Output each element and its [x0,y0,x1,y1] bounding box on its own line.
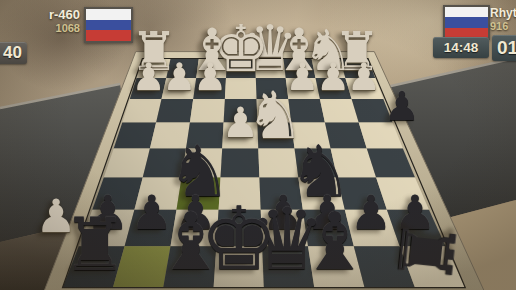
player-rating-left: 1068 [0,22,80,34]
white-pawn-f2[interactable]: ♟ [193,58,227,96]
captured-black-pawn-right-tray: ♟ [384,86,420,126]
player-rating-right: 916 [490,20,508,32]
flag-stripe-blue [445,17,488,27]
player-name-left: r-460 [0,7,80,22]
captured-white-pawn-left-tray: ♟ [35,193,76,239]
flag-stripe-red [86,30,131,41]
black-rook-a8-fallen[interactable]: ♜ [386,216,466,289]
game-screen: ♜♝♛♚♝♜♟♟♟♟♟♟♟♞♞♞♟♟♟♟♟♟♟♜♞♝♛♚♝♜♟♟ r-460 1… [0,0,516,290]
player-name-right: Rhythm [490,6,516,20]
black-bishop-f8[interactable]: ♝ [155,203,226,283]
flag-stripe-blue [86,20,131,31]
white-pawn-h2[interactable]: ♟ [132,58,166,96]
flag-stripe-white [86,9,131,20]
white-pawn-b2[interactable]: ♟ [316,58,350,96]
russia-flag-right [443,5,490,40]
russia-flag-left [84,7,133,43]
clock-left: 40 [0,42,27,64]
clock-right-secondary: 01: [492,35,516,61]
flag-stripe-white [445,7,488,17]
clock-right-main: 14:48 [433,37,489,58]
square-g3[interactable] [156,99,193,123]
white-pawn-a2[interactable]: ♟ [347,58,381,96]
square-f3[interactable] [190,99,225,123]
white-pawn-g2[interactable]: ♟ [162,58,196,96]
